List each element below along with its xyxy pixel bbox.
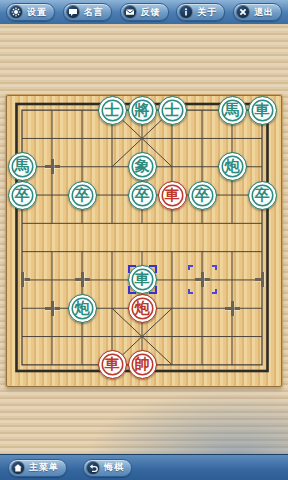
about-button[interactable]: 关于 <box>176 3 225 21</box>
xiangqi-board[interactable]: 士將士馬車馬象炮卒卒卒車卒卒車炮炮車帥 <box>7 96 277 379</box>
cross-marker <box>225 301 240 316</box>
piece[interactable]: 車 <box>248 96 277 125</box>
piece[interactable]: 炮 <box>68 294 97 323</box>
cross-marker <box>195 272 210 287</box>
piece[interactable]: 將 <box>128 96 157 125</box>
main-menu-button[interactable]: 主菜单 <box>8 459 67 477</box>
piece[interactable]: 帥 <box>128 350 157 379</box>
piece[interactable]: 車 <box>98 350 127 379</box>
piece[interactable]: 卒 <box>248 181 277 210</box>
piece[interactable]: 卒 <box>8 181 37 210</box>
piece[interactable]: 馬 <box>218 96 247 125</box>
board-grid[interactable]: 士將士馬車馬象炮卒卒卒車卒卒車炮炮車帥 <box>7 96 277 379</box>
piece[interactable]: 士 <box>98 96 127 125</box>
info-icon <box>179 5 193 19</box>
cross-marker <box>75 272 90 287</box>
close-icon <box>236 5 250 19</box>
piece[interactable]: 馬 <box>8 152 37 181</box>
exit-button[interactable]: 退出 <box>233 3 282 21</box>
quotes-label: 名言 <box>84 6 104 19</box>
undo-icon <box>86 461 100 475</box>
settings-label: 设置 <box>27 6 47 19</box>
top-toolbar: 设置 名言 反馈 关于 退出 <box>0 0 288 25</box>
cross-marker <box>45 301 60 316</box>
piece[interactable]: 士 <box>158 96 187 125</box>
main-menu-label: 主菜单 <box>29 461 59 474</box>
cross-marker <box>255 272 270 287</box>
piece[interactable]: 象 <box>128 152 157 181</box>
about-label: 关于 <box>197 6 217 19</box>
feedback-label: 反馈 <box>141 6 161 19</box>
chat-icon <box>66 5 80 19</box>
piece[interactable]: 卒 <box>128 181 157 210</box>
piece[interactable]: 車 <box>128 265 157 294</box>
piece[interactable]: 炮 <box>128 294 157 323</box>
quotes-button[interactable]: 名言 <box>63 3 112 21</box>
cross-marker <box>45 159 60 174</box>
gear-icon <box>9 5 23 19</box>
piece[interactable]: 車 <box>158 181 187 210</box>
screen-reflection <box>90 390 288 455</box>
bottom-toolbar: 主菜单 悔棋 <box>0 454 288 480</box>
undo-move-label: 悔棋 <box>104 461 124 474</box>
settings-button[interactable]: 设置 <box>6 3 55 21</box>
cross-marker <box>15 272 30 287</box>
piece[interactable]: 卒 <box>188 181 217 210</box>
undo-move-button[interactable]: 悔棋 <box>83 459 132 477</box>
exit-label: 退出 <box>254 6 274 19</box>
piece[interactable]: 炮 <box>218 152 247 181</box>
piece[interactable]: 卒 <box>68 181 97 210</box>
home-icon <box>11 461 25 475</box>
mail-icon <box>123 5 137 19</box>
feedback-button[interactable]: 反馈 <box>120 3 169 21</box>
